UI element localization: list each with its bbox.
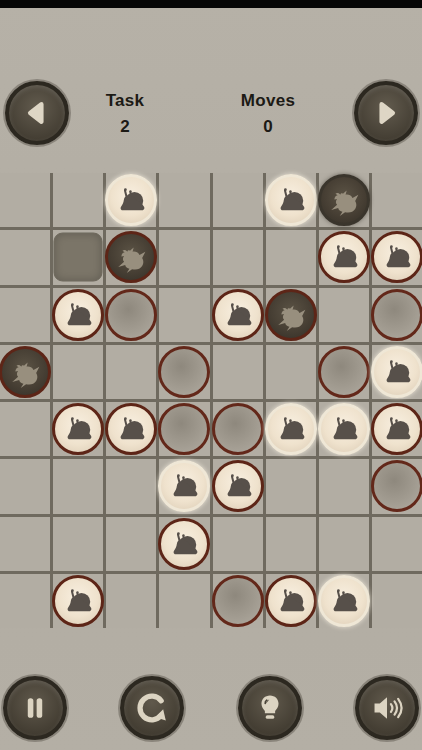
cell-r4c2[interactable]: [106, 402, 156, 456]
cell-r1c2[interactable]: [106, 230, 156, 284]
pause-icon: [14, 687, 56, 729]
cell-r6c2: [106, 517, 156, 571]
cell-r3c0[interactable]: [0, 345, 50, 399]
cell-r6c3[interactable]: [159, 517, 209, 571]
cell-r3c4: [213, 345, 263, 399]
cell-r0c0: [0, 173, 50, 227]
snail-icon: [274, 412, 308, 446]
cell-r0c6[interactable]: [319, 173, 369, 227]
snail-icon: [274, 584, 308, 618]
snail-piece-on-target[interactable]: [212, 460, 264, 512]
target-hole[interactable]: [158, 403, 210, 455]
cell-r3c2: [106, 345, 156, 399]
cell-r7c2: [106, 574, 156, 628]
cell-r0c5[interactable]: [266, 173, 316, 227]
cell-r0c1: [53, 173, 103, 227]
target-hole[interactable]: [371, 460, 422, 512]
cell-r3c7[interactable]: [372, 345, 422, 399]
task-counter: Task 2: [77, 91, 173, 137]
restart-icon: [131, 687, 173, 729]
snail-icon: [114, 183, 148, 217]
status-bar: [0, 0, 422, 8]
cell-r2c7[interactable]: [372, 288, 422, 342]
cell-r2c3: [159, 288, 209, 342]
snail-icon: [167, 527, 201, 561]
cell-r1c4: [213, 230, 263, 284]
cell-r2c4[interactable]: [213, 288, 263, 342]
cell-r2c0: [0, 288, 50, 342]
puzzle-board: [0, 173, 422, 628]
target-hole[interactable]: [212, 575, 264, 627]
snail-piece[interactable]: [265, 403, 317, 455]
cell-r6c1: [53, 517, 103, 571]
bird-piece-on-target[interactable]: [0, 346, 51, 398]
cell-r5c0: [0, 459, 50, 513]
moves-value: 0: [220, 117, 316, 137]
hint-button[interactable]: [238, 676, 302, 740]
sound-button[interactable]: [355, 676, 419, 740]
cell-r0c2[interactable]: [106, 173, 156, 227]
snail-icon: [327, 584, 361, 618]
cell-r1c3: [159, 230, 209, 284]
cell-r7c4[interactable]: [213, 574, 263, 628]
snail-icon: [167, 469, 201, 503]
cell-r5c6: [319, 459, 369, 513]
next-task-button[interactable]: [354, 81, 418, 145]
cell-r4c6[interactable]: [319, 402, 369, 456]
snail-piece-on-target[interactable]: [265, 575, 317, 627]
bird-piece[interactable]: [318, 174, 370, 226]
cell-r5c1: [53, 459, 103, 513]
task-value: 2: [77, 117, 173, 137]
snail-icon: [327, 412, 361, 446]
snail-piece-on-target[interactable]: [52, 575, 104, 627]
cell-r1c1: [53, 230, 103, 284]
snail-icon: [327, 240, 361, 274]
snail-piece-on-target[interactable]: [371, 403, 422, 455]
arrow-left-icon: [17, 93, 57, 133]
target-hole[interactable]: [158, 346, 210, 398]
cell-r4c0: [0, 402, 50, 456]
cell-r3c5: [266, 345, 316, 399]
arrow-right-icon: [366, 93, 406, 133]
cell-r1c6[interactable]: [319, 230, 369, 284]
snail-piece[interactable]: [318, 403, 370, 455]
snail-icon: [114, 412, 148, 446]
snail-piece-on-target[interactable]: [212, 289, 264, 341]
moves-label: Moves: [220, 91, 316, 111]
cell-r1c7[interactable]: [372, 230, 422, 284]
snail-piece[interactable]: [318, 575, 370, 627]
cell-r7c6[interactable]: [319, 574, 369, 628]
cell-r4c5[interactable]: [266, 402, 316, 456]
snail-piece[interactable]: [371, 346, 422, 398]
cell-r7c7: [372, 574, 422, 628]
cell-r0c3: [159, 173, 209, 227]
previous-task-button[interactable]: [5, 81, 69, 145]
game-screen: Task 2 Moves 0: [0, 0, 422, 750]
snail-piece-on-target[interactable]: [52, 289, 104, 341]
cell-r6c5: [266, 517, 316, 571]
snail-icon: [61, 298, 95, 332]
bird-icon: [8, 355, 42, 389]
cell-r5c5: [266, 459, 316, 513]
snail-piece[interactable]: [105, 174, 157, 226]
snail-icon: [274, 183, 308, 217]
cell-r0c7: [372, 173, 422, 227]
target-hole[interactable]: [212, 403, 264, 455]
moves-counter: Moves 0: [220, 91, 316, 137]
snail-piece-on-target[interactable]: [52, 403, 104, 455]
cell-r2c2[interactable]: [106, 288, 156, 342]
cell-r1c5: [266, 230, 316, 284]
cell-r5c7[interactable]: [372, 459, 422, 513]
snail-icon: [380, 412, 414, 446]
snail-icon: [380, 240, 414, 274]
bird-icon: [114, 240, 148, 274]
cell-r2c6: [319, 288, 369, 342]
cell-r7c3: [159, 574, 209, 628]
snail-icon: [61, 584, 95, 618]
cell-r4c3[interactable]: [159, 402, 209, 456]
target-hole[interactable]: [318, 346, 370, 398]
bird-piece-on-target[interactable]: [105, 231, 157, 283]
bird-icon: [327, 183, 361, 217]
cell-r4c1[interactable]: [53, 402, 103, 456]
cell-r6c6: [319, 517, 369, 571]
pause-button[interactable]: [3, 676, 67, 740]
cell-r6c0: [0, 517, 50, 571]
cell-r5c4[interactable]: [213, 459, 263, 513]
cell-r6c7: [372, 517, 422, 571]
snail-piece[interactable]: [158, 460, 210, 512]
snail-icon: [221, 298, 255, 332]
snail-icon: [221, 469, 255, 503]
cell-r7c5[interactable]: [266, 574, 316, 628]
target-hole[interactable]: [371, 289, 422, 341]
cell-r2c1[interactable]: [53, 288, 103, 342]
restart-button[interactable]: [120, 676, 184, 740]
bird-piece-on-target[interactable]: [265, 289, 317, 341]
bird-icon: [274, 298, 308, 332]
snail-piece-on-target[interactable]: [105, 403, 157, 455]
target-hole[interactable]: [105, 289, 157, 341]
task-label: Task: [77, 91, 173, 111]
cell-r7c0: [0, 574, 50, 628]
cell-r3c6[interactable]: [319, 345, 369, 399]
cell-r5c2: [106, 459, 156, 513]
cell-r6c4: [213, 517, 263, 571]
cell-r3c3[interactable]: [159, 345, 209, 399]
cell-r3c1: [53, 345, 103, 399]
snail-icon: [61, 412, 95, 446]
bottom-control-bar: [3, 676, 419, 740]
cell-r5c3[interactable]: [159, 459, 209, 513]
cell-r4c7[interactable]: [372, 402, 422, 456]
snail-piece-on-target[interactable]: [371, 231, 422, 283]
cell-r4c4[interactable]: [213, 402, 263, 456]
sound-icon: [366, 687, 408, 729]
snail-piece-on-target[interactable]: [318, 231, 370, 283]
snail-icon: [380, 355, 414, 389]
cell-r2c5[interactable]: [266, 288, 316, 342]
hint-bulb-icon: [249, 687, 291, 729]
cell-r7c1[interactable]: [53, 574, 103, 628]
cell-r1c0: [0, 230, 50, 284]
cell-r0c4: [213, 173, 263, 227]
snail-piece-on-target[interactable]: [158, 518, 210, 570]
blocked-square: [54, 233, 103, 282]
snail-piece[interactable]: [265, 174, 317, 226]
